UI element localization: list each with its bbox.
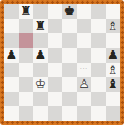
piece-black-pawn[interactable]: ♟♟ [4, 48, 19, 63]
square-g4[interactable] [91, 63, 106, 78]
piece-white-bishop[interactable]: ♝♗ [106, 19, 121, 34]
square-e8[interactable]: ♚♚ [62, 4, 77, 19]
square-g1[interactable] [91, 106, 106, 121]
square-e2[interactable] [62, 92, 77, 107]
square-h7[interactable]: ♝♗ [106, 19, 121, 34]
square-b8[interactable]: ♜♜ [19, 4, 34, 19]
square-b1[interactable] [19, 106, 34, 121]
piece-black-pawn[interactable]: ♟♟ [33, 48, 48, 63]
square-c1[interactable] [33, 106, 48, 121]
square-d4[interactable] [48, 63, 63, 78]
square-h6[interactable] [106, 33, 121, 48]
square-h1[interactable] [106, 106, 121, 121]
black-bishop-outline-glyph: ♝ [106, 77, 121, 92]
square-f4[interactable]: ··· [77, 63, 92, 78]
piece-black-bishop[interactable]: ♝♝ [106, 77, 121, 92]
square-h2[interactable] [106, 92, 121, 107]
square-c6[interactable] [33, 33, 48, 48]
square-e5[interactable] [62, 48, 77, 63]
piece-white-bishop[interactable]: ♝♗ [106, 63, 121, 78]
square-e3[interactable] [62, 77, 77, 92]
square-d3[interactable] [48, 77, 63, 92]
square-d6[interactable] [48, 33, 63, 48]
square-a1[interactable] [4, 106, 19, 121]
piece-white-king[interactable]: ♚♔ [33, 77, 48, 92]
ellipsis-marker: ··· [77, 63, 92, 78]
piece-white-pawn[interactable]: ♟♙ [77, 77, 92, 92]
square-g6[interactable] [91, 33, 106, 48]
square-c7[interactable]: ♜♜ [33, 19, 48, 34]
square-d1[interactable] [48, 106, 63, 121]
black-king-outline-glyph: ♚ [62, 4, 77, 19]
square-b2[interactable] [19, 92, 34, 107]
square-e1[interactable] [62, 106, 77, 121]
square-b4[interactable] [19, 63, 34, 78]
square-a3[interactable] [4, 77, 19, 92]
square-f2[interactable] [77, 92, 92, 107]
white-pawn-outline-glyph: ♙ [77, 77, 92, 92]
square-a5[interactable]: ♟♟ [4, 48, 19, 63]
square-e4[interactable] [62, 63, 77, 78]
piece-black-pawn[interactable]: ♟♟ [106, 48, 121, 63]
square-h3[interactable]: ♝♝ [106, 77, 121, 92]
square-f8[interactable] [77, 4, 92, 19]
square-c2[interactable] [33, 92, 48, 107]
square-g8[interactable] [91, 4, 106, 19]
white-king-outline-glyph: ♔ [33, 77, 48, 92]
square-b6-highlighted[interactable] [19, 33, 34, 48]
square-f3[interactable]: ♟♙ [77, 77, 92, 92]
square-d8[interactable] [48, 4, 63, 19]
square-h4[interactable]: ♝♗ [106, 63, 121, 78]
black-rook-outline-glyph: ♜ [19, 4, 34, 19]
black-pawn-outline-glyph: ♟ [4, 48, 19, 63]
white-bishop-outline-glyph: ♗ [106, 63, 121, 78]
square-d5[interactable] [48, 48, 63, 63]
square-f5[interactable] [77, 48, 92, 63]
square-g5[interactable] [91, 48, 106, 63]
piece-black-king[interactable]: ♚♚ [62, 4, 77, 19]
square-b3[interactable] [19, 77, 34, 92]
square-e6[interactable] [62, 33, 77, 48]
square-h8[interactable] [106, 4, 121, 19]
square-g7[interactable] [91, 19, 106, 34]
square-c8[interactable] [33, 4, 48, 19]
square-a8[interactable] [4, 4, 19, 19]
square-c3[interactable]: ♚♔ [33, 77, 48, 92]
chess-board-frame: ♜♜♚♚♜♜♝♗♟♟♟♟♟♟···♝♗♚♔♟♙♝♝ [0, 0, 124, 125]
square-d7[interactable] [48, 19, 63, 34]
square-f7[interactable] [77, 19, 92, 34]
square-d2[interactable] [48, 92, 63, 107]
square-b7[interactable] [19, 19, 34, 34]
square-e7[interactable] [62, 19, 77, 34]
chess-board: ♜♜♚♚♜♜♝♗♟♟♟♟♟♟···♝♗♚♔♟♙♝♝ [4, 4, 120, 121]
square-a4[interactable] [4, 63, 19, 78]
square-h5[interactable]: ♟♟ [106, 48, 121, 63]
square-f6[interactable] [77, 33, 92, 48]
white-bishop-outline-glyph: ♗ [106, 19, 121, 34]
square-b5[interactable] [19, 48, 34, 63]
square-a6[interactable] [4, 33, 19, 48]
square-c4[interactable] [33, 63, 48, 78]
square-g3[interactable] [91, 77, 106, 92]
piece-black-rook[interactable]: ♜♜ [33, 19, 48, 34]
square-f1[interactable] [77, 106, 92, 121]
black-rook-outline-glyph: ♜ [33, 19, 48, 34]
square-c5[interactable]: ♟♟ [33, 48, 48, 63]
black-pawn-outline-glyph: ♟ [106, 48, 121, 63]
square-a2[interactable] [4, 92, 19, 107]
square-a7[interactable] [4, 19, 19, 34]
black-pawn-outline-glyph: ♟ [33, 48, 48, 63]
piece-black-rook[interactable]: ♜♜ [19, 4, 34, 19]
square-g2[interactable] [91, 92, 106, 107]
